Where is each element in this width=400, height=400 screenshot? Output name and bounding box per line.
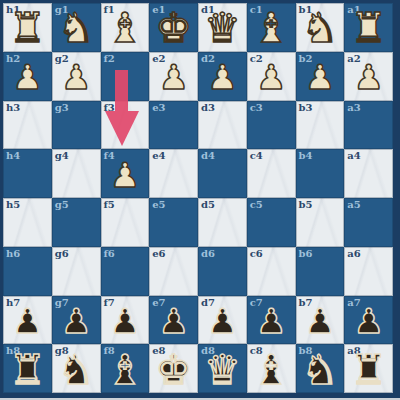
square-a6[interactable]: a6 — [344, 247, 393, 296]
square-b8[interactable]: b8♞ — [296, 344, 345, 393]
square-label-a5: a5 — [347, 199, 360, 211]
piece-wN-b1[interactable]: ♞ — [301, 4, 338, 52]
square-h8[interactable]: h8♜ — [3, 344, 52, 393]
square-h2[interactable]: h2♟ — [3, 52, 52, 101]
square-b3[interactable]: b3 — [296, 101, 345, 150]
piece-bQ-d8[interactable]: ♛ — [204, 346, 241, 394]
square-c3[interactable]: c3 — [247, 101, 296, 150]
square-label-e6: e6 — [152, 248, 165, 260]
square-label-c3: c3 — [250, 102, 263, 114]
square-f3[interactable]: f3 — [101, 101, 150, 150]
piece-bN-b8[interactable]: ♞ — [301, 346, 338, 394]
square-g7[interactable]: g7♟ — [52, 296, 101, 345]
piece-wK-e1[interactable]: ♚ — [155, 4, 192, 52]
square-label-h4: h4 — [6, 150, 20, 162]
square-h6[interactable]: h6 — [3, 247, 52, 296]
square-label-f3: f3 — [104, 102, 115, 114]
square-g1[interactable]: g1♞ — [52, 3, 101, 52]
square-label-d3: d3 — [201, 102, 215, 114]
chess-app-frame: h1♜g1♞f1♝e1♚d1♛c1♝b1♞a1♜h2♟g2♟f2e2♟d2♟c2… — [0, 0, 400, 400]
piece-bB-f8[interactable]: ♝ — [106, 346, 143, 394]
square-a1[interactable]: a1♜ — [344, 3, 393, 52]
square-label-b4: b4 — [299, 150, 313, 162]
piece-wB-f1[interactable]: ♝ — [106, 4, 143, 52]
square-c6[interactable]: c6 — [247, 247, 296, 296]
piece-bP-a7[interactable]: ♟ — [353, 297, 383, 345]
square-label-g5: g5 — [55, 199, 69, 211]
piece-bB-c8[interactable]: ♝ — [253, 346, 290, 394]
piece-wP-d2[interactable]: ♟ — [207, 53, 237, 101]
square-f6[interactable]: f6 — [101, 247, 150, 296]
square-d4[interactable]: d4 — [198, 149, 247, 198]
square-f8[interactable]: f8♝ — [101, 344, 150, 393]
square-e1[interactable]: e1♚ — [149, 3, 198, 52]
square-label-g6: g6 — [55, 248, 69, 260]
square-d5[interactable]: d5 — [198, 198, 247, 247]
square-g3[interactable]: g3 — [52, 101, 101, 150]
square-c1[interactable]: c1♝ — [247, 3, 296, 52]
square-f2[interactable]: f2 — [101, 52, 150, 101]
square-g4[interactable]: g4 — [52, 149, 101, 198]
square-label-b5: b5 — [299, 199, 313, 211]
square-f7[interactable]: f7♟ — [101, 296, 150, 345]
piece-wP-b2[interactable]: ♟ — [305, 53, 335, 101]
square-c2[interactable]: c2♟ — [247, 52, 296, 101]
square-e8[interactable]: e8♚ — [149, 344, 198, 393]
piece-bP-d7[interactable]: ♟ — [207, 297, 237, 345]
square-label-d6: d6 — [201, 248, 215, 260]
square-label-f2: f2 — [104, 53, 115, 65]
piece-wP-h2[interactable]: ♟ — [12, 53, 42, 101]
square-e7[interactable]: e7♟ — [149, 296, 198, 345]
square-d1[interactable]: d1♛ — [198, 3, 247, 52]
piece-wN-g1[interactable]: ♞ — [58, 4, 95, 52]
square-label-e3: e3 — [152, 102, 165, 114]
square-label-f6: f6 — [104, 248, 115, 260]
square-label-c5: c5 — [250, 199, 263, 211]
square-b1[interactable]: b1♞ — [296, 3, 345, 52]
piece-bR-h8[interactable]: ♜ — [9, 346, 46, 394]
square-label-g4: g4 — [55, 150, 69, 162]
piece-wP-g2[interactable]: ♟ — [61, 53, 91, 101]
square-label-b3: b3 — [299, 102, 313, 114]
square-a5[interactable]: a5 — [344, 198, 393, 247]
piece-wP-f4[interactable]: ♟ — [110, 151, 140, 199]
square-b2[interactable]: b2♟ — [296, 52, 345, 101]
square-e6[interactable]: e6 — [149, 247, 198, 296]
square-label-e4: e4 — [152, 150, 165, 162]
square-f4[interactable]: f4♟ — [101, 149, 150, 198]
square-h1[interactable]: h1♜ — [3, 3, 52, 52]
square-d7[interactable]: d7♟ — [198, 296, 247, 345]
square-g2[interactable]: g2♟ — [52, 52, 101, 101]
piece-bP-g7[interactable]: ♟ — [61, 297, 91, 345]
square-label-d4: d4 — [201, 150, 215, 162]
piece-wR-a1[interactable]: ♜ — [350, 4, 387, 52]
square-label-h3: h3 — [6, 102, 20, 114]
square-c4[interactable]: c4 — [247, 149, 296, 198]
square-label-e5: e5 — [152, 199, 165, 211]
square-label-h5: h5 — [6, 199, 20, 211]
square-label-h6: h6 — [6, 248, 20, 260]
square-a7[interactable]: a7♟ — [344, 296, 393, 345]
piece-bN-g8[interactable]: ♞ — [58, 346, 95, 394]
piece-wQ-d1[interactable]: ♛ — [204, 4, 241, 52]
chess-board: h1♜g1♞f1♝e1♚d1♛c1♝b1♞a1♜h2♟g2♟f2e2♟d2♟c2… — [3, 3, 393, 393]
square-label-a3: a3 — [347, 102, 360, 114]
square-h7[interactable]: h7♟ — [3, 296, 52, 345]
square-h5[interactable]: h5 — [3, 198, 52, 247]
square-b4[interactable]: b4 — [296, 149, 345, 198]
square-e3[interactable]: e3 — [149, 101, 198, 150]
square-c5[interactable]: c5 — [247, 198, 296, 247]
piece-wP-e2[interactable]: ♟ — [158, 53, 188, 101]
piece-wP-c2[interactable]: ♟ — [256, 53, 286, 101]
square-d6[interactable]: d6 — [198, 247, 247, 296]
square-a8[interactable]: a8♜ — [344, 344, 393, 393]
square-label-c6: c6 — [250, 248, 263, 260]
piece-wP-a2[interactable]: ♟ — [353, 53, 383, 101]
square-label-b6: b6 — [299, 248, 313, 260]
piece-wB-c1[interactable]: ♝ — [253, 4, 290, 52]
square-b7[interactable]: b7♟ — [296, 296, 345, 345]
square-d3[interactable]: d3 — [198, 101, 247, 150]
square-a2[interactable]: a2♟ — [344, 52, 393, 101]
square-f1[interactable]: f1♝ — [101, 3, 150, 52]
piece-bP-h7[interactable]: ♟ — [12, 297, 42, 345]
piece-bP-e7[interactable]: ♟ — [158, 297, 188, 345]
square-b6[interactable]: b6 — [296, 247, 345, 296]
square-c7[interactable]: c7♟ — [247, 296, 296, 345]
square-label-g3: g3 — [55, 102, 69, 114]
piece-bP-f7[interactable]: ♟ — [110, 297, 140, 345]
square-label-a6: a6 — [347, 248, 360, 260]
piece-wR-h1[interactable]: ♜ — [9, 4, 46, 52]
square-label-f5: f5 — [104, 199, 115, 211]
piece-bP-c7[interactable]: ♟ — [256, 297, 286, 345]
square-b5[interactable]: b5 — [296, 198, 345, 247]
piece-bR-a8[interactable]: ♜ — [350, 346, 387, 394]
square-d2[interactable]: d2♟ — [198, 52, 247, 101]
square-d8[interactable]: d8♛ — [198, 344, 247, 393]
square-g5[interactable]: g5 — [52, 198, 101, 247]
square-e2[interactable]: e2♟ — [149, 52, 198, 101]
square-label-a4: a4 — [347, 150, 360, 162]
square-a3[interactable]: a3 — [344, 101, 393, 150]
square-f5[interactable]: f5 — [101, 198, 150, 247]
square-c8[interactable]: c8♝ — [247, 344, 296, 393]
piece-bK-e8[interactable]: ♚ — [155, 346, 192, 394]
square-g8[interactable]: g8♞ — [52, 344, 101, 393]
square-h4[interactable]: h4 — [3, 149, 52, 198]
square-e4[interactable]: e4 — [149, 149, 198, 198]
square-e5[interactable]: e5 — [149, 198, 198, 247]
square-a4[interactable]: a4 — [344, 149, 393, 198]
square-g6[interactable]: g6 — [52, 247, 101, 296]
piece-bP-b7[interactable]: ♟ — [305, 297, 335, 345]
square-h3[interactable]: h3 — [3, 101, 52, 150]
square-label-d5: d5 — [201, 199, 215, 211]
square-label-c4: c4 — [250, 150, 263, 162]
